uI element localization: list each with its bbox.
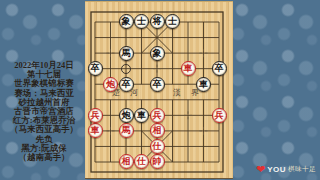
- pieces-layer: 象士将士馬象卒車卒炮卒卒車兵炮車兵兵車馬相仕相仕帥: [87, 14, 227, 169]
- red-車-piece: 車: [181, 61, 196, 76]
- red-相-piece: 相: [150, 123, 165, 138]
- watermark-text: YOU: [267, 165, 286, 174]
- red-仕-piece: 仕: [134, 154, 149, 169]
- last-move-origin-marker: [121, 64, 131, 74]
- black-士-piece: 士: [134, 14, 149, 29]
- xiangqi-board: 楚 河 漢 界 象士将士馬象卒車卒炮卒卒車兵炮車兵兵車馬相仕相仕帥: [85, 2, 233, 178]
- black-馬-piece: 馬: [119, 46, 134, 61]
- red-馬-piece: 馬: [119, 123, 134, 138]
- red-仕-piece: 仕: [150, 139, 165, 154]
- red-炮-piece: 炮: [103, 77, 118, 92]
- black-将-piece: 将: [150, 14, 165, 29]
- black-象-piece: 象: [150, 46, 165, 61]
- red-兵-piece: 兵: [212, 108, 227, 123]
- red-相-piece: 相: [119, 154, 134, 169]
- match-caption: 2022年10月24日第十七届世界象棋锦标赛赛场：马来西亚砂拉越州首府古晋市帝宫…: [2, 61, 86, 162]
- black-士-piece: 士: [165, 14, 180, 29]
- red-車-piece: 車: [88, 123, 103, 138]
- black-車-piece: 車: [196, 77, 211, 92]
- black-炮-piece: 炮: [119, 108, 134, 123]
- watermark-subtext: 棋味十足: [288, 165, 316, 174]
- black-卒-piece: 卒: [212, 61, 227, 76]
- red-兵-piece: 兵: [150, 108, 165, 123]
- black-卒-piece: 卒: [88, 61, 103, 76]
- red-兵-piece: 兵: [88, 108, 103, 123]
- black-車-piece: 車: [134, 108, 149, 123]
- black-象-piece: 象: [119, 14, 134, 29]
- black-卒-piece: 卒: [150, 77, 165, 92]
- red-帥-piece: 帥: [150, 154, 165, 169]
- caption-line: （越南高手）: [2, 153, 86, 162]
- video-frame: 2022年10月24日第十七届世界象棋锦标赛赛场：马来西亚砂拉越州首府古晋市帝宫…: [0, 0, 320, 180]
- channel-watermark: ❤ YOU 棋味十足: [256, 162, 316, 176]
- black-卒-piece: 卒: [119, 77, 134, 92]
- heart-icon: ❤: [256, 164, 265, 175]
